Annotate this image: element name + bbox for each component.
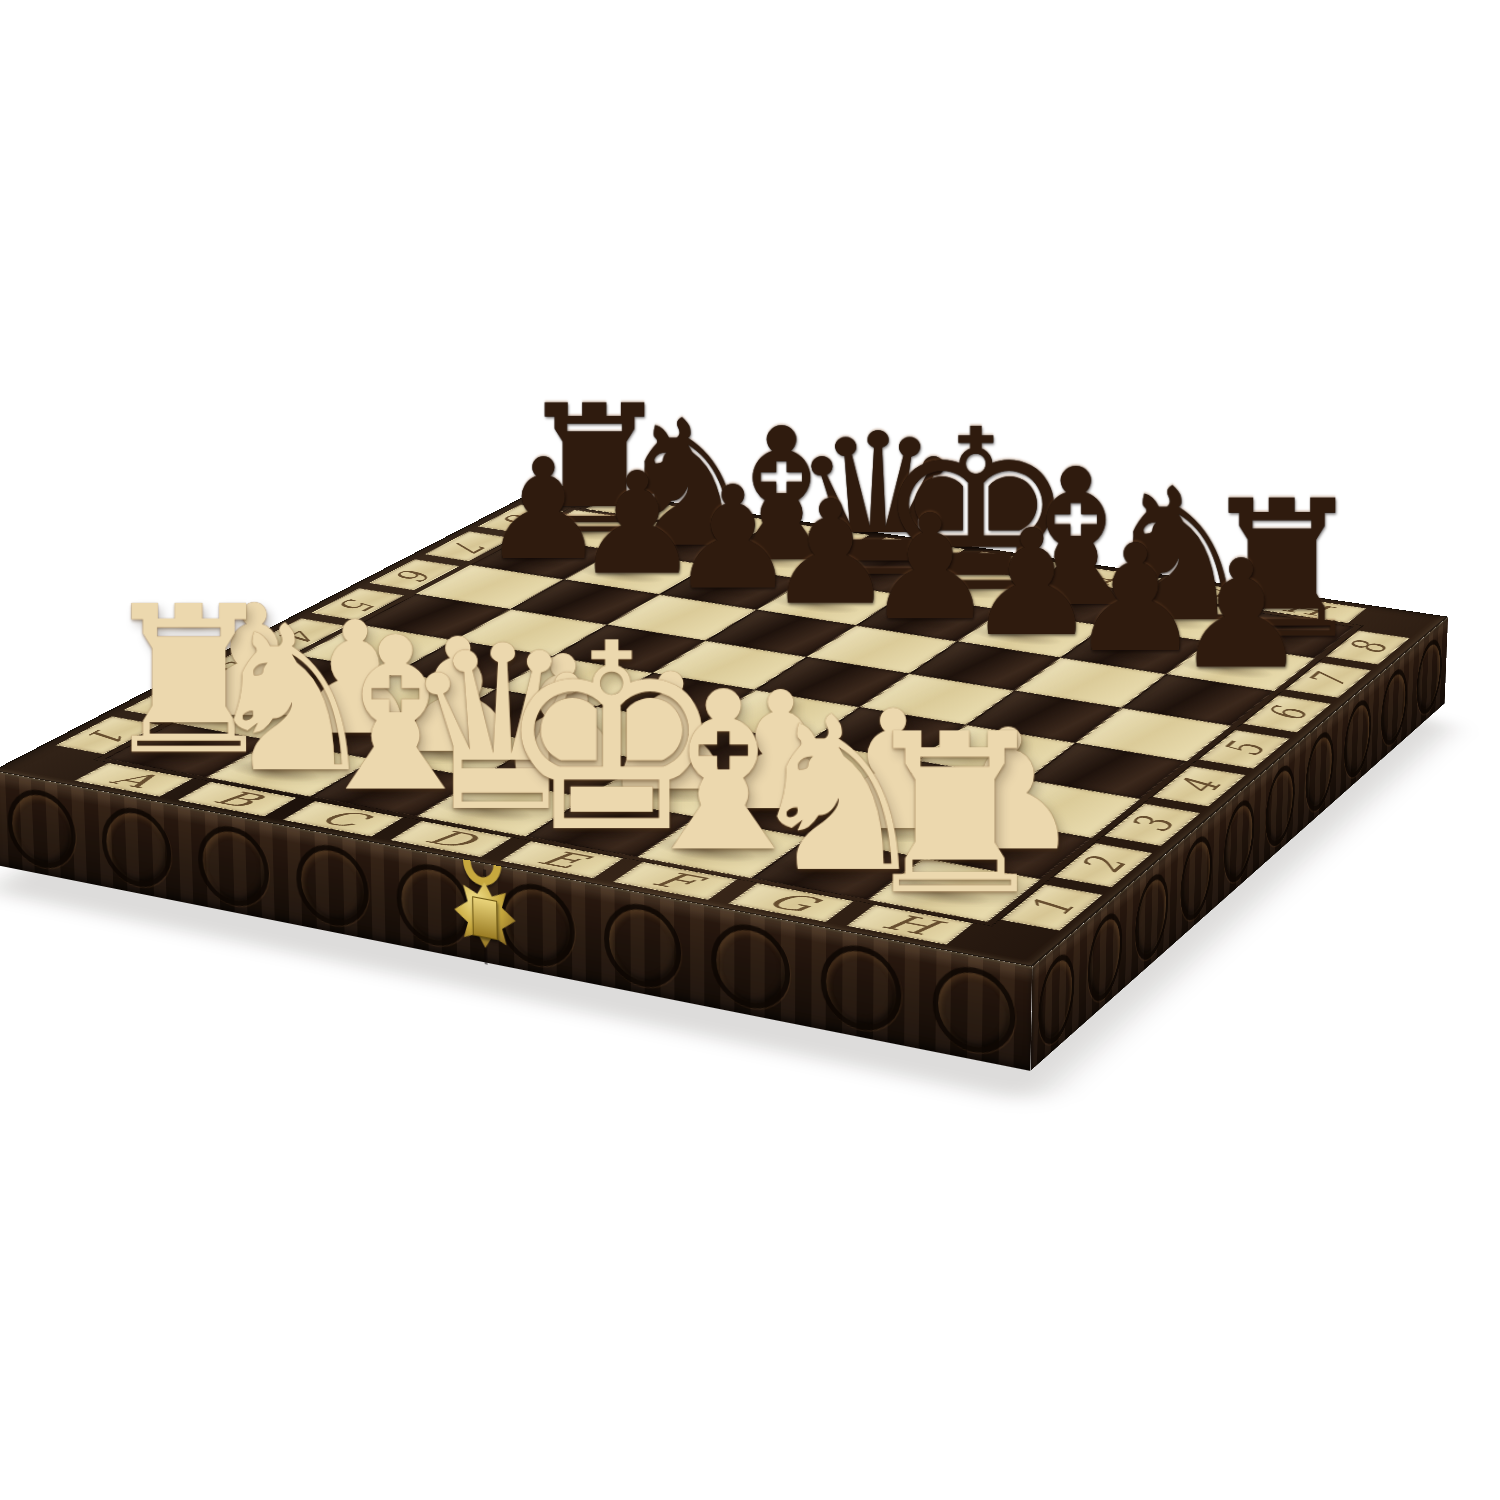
label-text: H — [875, 911, 945, 938]
carved-circle — [932, 960, 1016, 1060]
label-text: 1 — [1019, 897, 1086, 918]
label-text: G — [758, 889, 824, 915]
label-text: C — [311, 807, 375, 830]
carved-circle — [1415, 631, 1443, 724]
product-photo: AA11BB22CC33DD44EE55FF66GG77HH88♜♞♝♛♚♝♞♜… — [0, 0, 1500, 1500]
carved-circle — [821, 939, 902, 1038]
label-text: 7 — [1300, 672, 1358, 688]
scene: AA11BB22CC33DD44EE55FF66GG77HH88♜♞♝♛♚♝♞♜… — [0, 0, 1500, 1500]
carved-circle — [711, 918, 790, 1016]
label-text: E — [531, 848, 593, 872]
carved-circle — [295, 839, 369, 932]
label-text: A — [103, 769, 165, 791]
label-text: 4 — [1168, 777, 1230, 796]
label-text: 6 — [1258, 705, 1317, 722]
label-text: 2 — [1071, 855, 1136, 875]
brass-clasp-hasp — [472, 896, 497, 940]
carved-circle — [6, 784, 77, 874]
label-text: 6 — [387, 567, 442, 581]
label-text: 3 — [1121, 815, 1184, 834]
label-text: F — [645, 869, 705, 894]
label-text: B — [206, 788, 268, 811]
carved-circle — [604, 897, 682, 994]
label-text: 5 — [1214, 740, 1275, 758]
carved-circle — [101, 802, 173, 893]
label-text: 8 — [1340, 640, 1397, 656]
carved-circle — [197, 820, 270, 912]
